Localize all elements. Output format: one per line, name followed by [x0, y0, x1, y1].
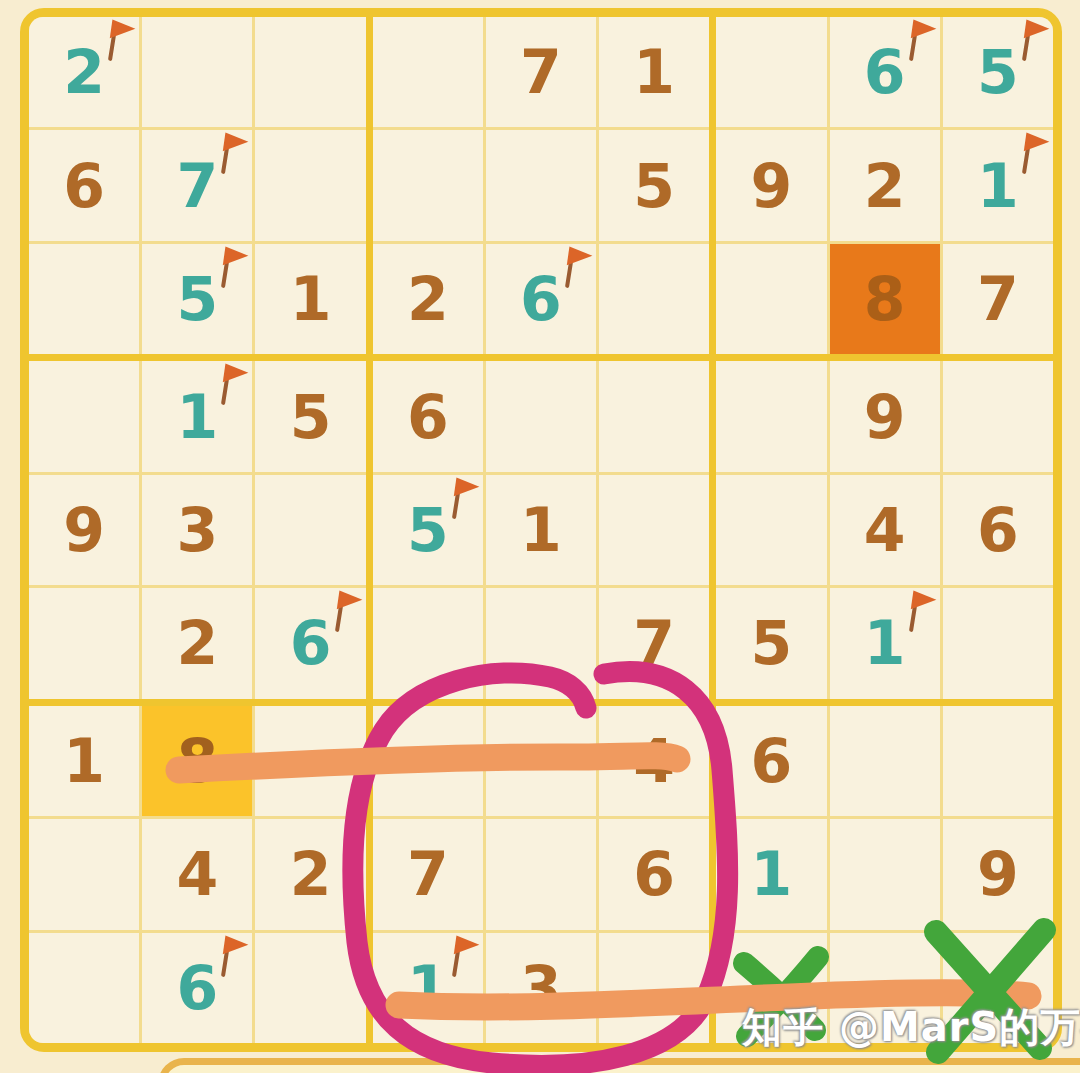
flag-icon — [219, 133, 251, 179]
cell-r4c6[interactable] — [599, 361, 709, 471]
cell-value: 6 — [633, 844, 675, 904]
cell-value: 3 — [176, 500, 218, 560]
cell-value: 4 — [864, 500, 906, 560]
cell-r8c1[interactable] — [29, 819, 139, 929]
flag-icon — [450, 936, 482, 982]
cell-r2c1[interactable]: 6 — [29, 130, 139, 240]
cell-r4c7[interactable] — [716, 361, 826, 471]
cell-value: 2 — [864, 156, 906, 216]
cell-value: 2 — [63, 42, 105, 102]
flag-icon — [563, 247, 595, 293]
cell-r1c3[interactable] — [255, 17, 365, 127]
cell-r8c9[interactable]: 9 — [943, 819, 1053, 929]
block-3-3: 619 — [716, 706, 1053, 1043]
cell-value: 7 — [407, 844, 449, 904]
cell-r1c4[interactable] — [373, 17, 483, 127]
number-tray[interactable] — [158, 1058, 1080, 1073]
flag-icon — [106, 20, 138, 66]
block-3-2: 47613 — [373, 706, 710, 1043]
cell-r6c7[interactable]: 5 — [716, 588, 826, 698]
watermark: 知乎 @MarS的万事屋 — [742, 1000, 1080, 1055]
cell-r5c1[interactable]: 9 — [29, 475, 139, 585]
block-2-1: 159326 — [29, 361, 366, 698]
cell-value: 1 — [176, 387, 218, 447]
cell-r2c6[interactable]: 5 — [599, 130, 709, 240]
cell-value: 5 — [176, 269, 218, 329]
cell-value: 1 — [751, 844, 793, 904]
cell-r9c1[interactable] — [29, 933, 139, 1043]
cell-r8c3[interactable]: 2 — [255, 819, 365, 929]
cell-r4c1[interactable] — [29, 361, 139, 471]
cell-value: 2 — [290, 844, 332, 904]
cell-r7c7[interactable]: 6 — [716, 706, 826, 816]
cell-value: 1 — [977, 156, 1019, 216]
cell-r7c4[interactable] — [373, 706, 483, 816]
cell-r7c3[interactable] — [255, 706, 365, 816]
cell-r3c7[interactable] — [716, 244, 826, 354]
cell-value: 7 — [520, 42, 562, 102]
flag-icon — [219, 364, 251, 410]
cell-r6c4[interactable] — [373, 588, 483, 698]
cell-r8c5[interactable] — [486, 819, 596, 929]
cell-r6c8[interactable]: 1 — [830, 588, 940, 698]
cell-r7c8[interactable] — [830, 706, 940, 816]
block-2-3: 94651 — [716, 361, 1053, 698]
cell-value: 2 — [407, 269, 449, 329]
cell-r3c2[interactable]: 5 — [142, 244, 252, 354]
cell-value: 8 — [176, 731, 218, 791]
cell-r6c3[interactable]: 6 — [255, 588, 365, 698]
cell-value: 6 — [176, 958, 218, 1018]
cell-value: 1 — [864, 613, 906, 673]
cell-r3c9[interactable]: 7 — [943, 244, 1053, 354]
cell-r4c2[interactable]: 1 — [142, 361, 252, 471]
cell-r5c7[interactable] — [716, 475, 826, 585]
cell-value: 7 — [977, 269, 1019, 329]
cell-value: 1 — [63, 731, 105, 791]
cell-r4c9[interactable] — [943, 361, 1053, 471]
cell-r7c6[interactable]: 4 — [599, 706, 709, 816]
cell-value: 5 — [751, 613, 793, 673]
cell-value: 1 — [633, 42, 675, 102]
cell-r2c9[interactable]: 1 — [943, 130, 1053, 240]
sudoku-board: 2675171526659218715932665179465118426476… — [20, 8, 1062, 1052]
cell-value: 6 — [751, 731, 793, 791]
flag-icon — [219, 247, 251, 293]
flag-icon — [219, 936, 251, 982]
cell-r2c7[interactable]: 9 — [716, 130, 826, 240]
cell-r6c9[interactable] — [943, 588, 1053, 698]
cell-r9c4[interactable]: 1 — [373, 933, 483, 1043]
cell-r2c3[interactable] — [255, 130, 365, 240]
cell-value: 5 — [977, 42, 1019, 102]
cell-value: 9 — [864, 387, 906, 447]
cell-value: 4 — [176, 844, 218, 904]
cell-r7c9[interactable] — [943, 706, 1053, 816]
cell-r4c4[interactable]: 6 — [373, 361, 483, 471]
cell-value: 6 — [977, 500, 1019, 560]
cell-value: 1 — [290, 269, 332, 329]
cell-r1c6[interactable]: 1 — [599, 17, 709, 127]
cell-r9c5[interactable]: 3 — [486, 933, 596, 1043]
cell-r4c8[interactable]: 9 — [830, 361, 940, 471]
cell-r7c1[interactable]: 1 — [29, 706, 139, 816]
cell-value: 1 — [407, 958, 449, 1018]
cell-r6c2[interactable]: 2 — [142, 588, 252, 698]
cell-r1c9[interactable]: 5 — [943, 17, 1053, 127]
cell-value: 1 — [520, 500, 562, 560]
block-2-2: 6517 — [373, 361, 710, 698]
cell-r2c5[interactable] — [486, 130, 596, 240]
sudoku-app: 2675171526659218715932665179465118426476… — [0, 0, 1080, 1073]
flag-icon — [907, 591, 939, 637]
block-1-1: 26751 — [29, 17, 366, 354]
cell-value: 9 — [63, 500, 105, 560]
block-1-3: 6592187 — [716, 17, 1053, 354]
cell-value: 6 — [407, 387, 449, 447]
cell-r3c1[interactable] — [29, 244, 139, 354]
cell-value: 7 — [633, 613, 675, 673]
cell-r5c4[interactable]: 5 — [373, 475, 483, 585]
cell-r4c5[interactable] — [486, 361, 596, 471]
cell-value: 2 — [176, 613, 218, 673]
block-3-1: 18426 — [29, 706, 366, 1043]
cell-value: 7 — [176, 156, 218, 216]
cell-r5c2[interactable]: 3 — [142, 475, 252, 585]
cell-value: 5 — [407, 500, 449, 560]
cell-r5c3[interactable] — [255, 475, 365, 585]
cell-r1c1[interactable]: 2 — [29, 17, 139, 127]
cell-value: 5 — [633, 156, 675, 216]
cell-value: 8 — [864, 269, 906, 329]
cell-r9c3[interactable] — [255, 933, 365, 1043]
cell-r7c2[interactable]: 8 — [142, 706, 252, 816]
flag-icon — [1020, 133, 1052, 179]
cell-value: 9 — [751, 156, 793, 216]
cell-value: 6 — [290, 613, 332, 673]
cell-r3c5[interactable]: 6 — [486, 244, 596, 354]
cell-r8c2[interactable]: 4 — [142, 819, 252, 929]
cell-r2c4[interactable] — [373, 130, 483, 240]
cell-r3c6[interactable] — [599, 244, 709, 354]
cell-r2c8[interactable]: 2 — [830, 130, 940, 240]
flag-icon — [1020, 20, 1052, 66]
flag-icon — [450, 478, 482, 524]
cell-r8c8[interactable] — [830, 819, 940, 929]
block-1-2: 71526 — [373, 17, 710, 354]
cell-r6c6[interactable]: 7 — [599, 588, 709, 698]
cell-value: 5 — [290, 387, 332, 447]
cell-r3c8[interactable]: 8 — [830, 244, 940, 354]
flag-icon — [333, 591, 365, 637]
cell-r6c5[interactable] — [486, 588, 596, 698]
cell-r1c2[interactable] — [142, 17, 252, 127]
cell-r5c5[interactable]: 1 — [486, 475, 596, 585]
cell-r3c4[interactable]: 2 — [373, 244, 483, 354]
cell-r8c6[interactable]: 6 — [599, 819, 709, 929]
flag-icon — [907, 20, 939, 66]
cell-value: 9 — [977, 844, 1019, 904]
cell-r2c2[interactable]: 7 — [142, 130, 252, 240]
cell-r1c7[interactable] — [716, 17, 826, 127]
cell-r6c1[interactable] — [29, 588, 139, 698]
cell-r5c6[interactable] — [599, 475, 709, 585]
cell-r7c5[interactable] — [486, 706, 596, 816]
cell-r9c6[interactable] — [599, 933, 709, 1043]
cell-value: 6 — [63, 156, 105, 216]
cell-value: 6 — [864, 42, 906, 102]
cell-r8c7[interactable]: 1 — [716, 819, 826, 929]
cell-r1c8[interactable]: 6 — [830, 17, 940, 127]
cell-r5c8[interactable]: 4 — [830, 475, 940, 585]
cell-r1c5[interactable]: 7 — [486, 17, 596, 127]
cell-r8c4[interactable]: 7 — [373, 819, 483, 929]
cell-value: 4 — [633, 731, 675, 791]
cell-r4c3[interactable]: 5 — [255, 361, 365, 471]
cell-r5c9[interactable]: 6 — [943, 475, 1053, 585]
cell-value: 6 — [520, 269, 562, 329]
cell-value: 3 — [520, 958, 562, 1018]
cell-r3c3[interactable]: 1 — [255, 244, 365, 354]
cell-r9c2[interactable]: 6 — [142, 933, 252, 1043]
